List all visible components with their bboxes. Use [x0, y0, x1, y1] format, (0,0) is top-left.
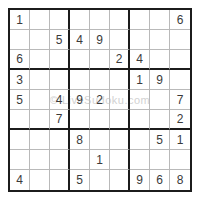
cell-r2c6[interactable] — [110, 30, 130, 50]
cell-r5c8[interactable] — [150, 90, 170, 110]
cell-r9c2[interactable] — [30, 170, 50, 190]
cell-r5c4[interactable]: 9 — [70, 90, 90, 110]
cell-r2c1[interactable] — [10, 30, 30, 50]
cell-r6c7[interactable] — [130, 110, 150, 130]
cell-r1c6[interactable] — [110, 10, 130, 30]
cell-r8c4[interactable] — [70, 150, 90, 170]
cell-r6c3[interactable]: 7 — [50, 110, 70, 130]
cell-r2c8[interactable] — [150, 30, 170, 50]
cell-r2c3[interactable]: 5 — [50, 30, 70, 50]
cell-r8c3[interactable] — [50, 150, 70, 170]
cell-r8c5[interactable]: 1 — [90, 150, 110, 170]
cell-r6c1[interactable] — [10, 110, 30, 130]
cell-r6c9[interactable]: 2 — [170, 110, 190, 130]
cell-r9c5[interactable] — [90, 170, 110, 190]
cell-r4c4[interactable] — [70, 70, 90, 90]
cell-r8c9[interactable] — [170, 150, 190, 170]
cell-r6c2[interactable] — [30, 110, 50, 130]
cell-r4c6[interactable] — [110, 70, 130, 90]
cell-r8c2[interactable] — [30, 150, 50, 170]
cell-r3c2[interactable] — [30, 50, 50, 70]
cell-r5c1[interactable]: 5 — [10, 90, 30, 110]
cell-r1c4[interactable] — [70, 10, 90, 30]
sudoku-board: © LiveSudoku.com 16549624319549277285114… — [8, 8, 192, 192]
cell-r3c6[interactable]: 2 — [110, 50, 130, 70]
cell-r4c3[interactable] — [50, 70, 70, 90]
cell-r1c9[interactable]: 6 — [170, 10, 190, 30]
cell-r5c2[interactable] — [30, 90, 50, 110]
cell-r1c2[interactable] — [30, 10, 50, 30]
cell-r7c3[interactable] — [50, 130, 70, 150]
cell-r1c3[interactable] — [50, 10, 70, 30]
cell-r3c9[interactable] — [170, 50, 190, 70]
cell-r6c6[interactable] — [110, 110, 130, 130]
cell-r7c9[interactable]: 1 — [170, 130, 190, 150]
cell-r2c4[interactable]: 4 — [70, 30, 90, 50]
cell-r3c7[interactable]: 4 — [130, 50, 150, 70]
cell-r3c5[interactable] — [90, 50, 110, 70]
cell-r5c9[interactable]: 7 — [170, 90, 190, 110]
cell-r1c8[interactable] — [150, 10, 170, 30]
cell-r9c3[interactable] — [50, 170, 70, 190]
cell-r5c7[interactable] — [130, 90, 150, 110]
cell-r3c4[interactable] — [70, 50, 90, 70]
cell-r5c6[interactable] — [110, 90, 130, 110]
cell-r6c5[interactable] — [90, 110, 110, 130]
cell-r7c4[interactable]: 8 — [70, 130, 90, 150]
cell-r4c7[interactable]: 1 — [130, 70, 150, 90]
cell-r9c9[interactable]: 8 — [170, 170, 190, 190]
cell-r2c9[interactable] — [170, 30, 190, 50]
cell-r7c7[interactable] — [130, 130, 150, 150]
cell-r4c9[interactable] — [170, 70, 190, 90]
cell-r5c3[interactable]: 4 — [50, 90, 70, 110]
cell-r1c5[interactable] — [90, 10, 110, 30]
cell-r9c1[interactable]: 4 — [10, 170, 30, 190]
cell-r3c1[interactable]: 6 — [10, 50, 30, 70]
cell-r7c5[interactable] — [90, 130, 110, 150]
cell-r4c5[interactable] — [90, 70, 110, 90]
cell-r7c1[interactable] — [10, 130, 30, 150]
cell-r8c1[interactable] — [10, 150, 30, 170]
cell-r6c4[interactable] — [70, 110, 90, 130]
cell-r2c7[interactable] — [130, 30, 150, 50]
cell-r4c8[interactable]: 9 — [150, 70, 170, 90]
cell-r1c1[interactable]: 1 — [10, 10, 30, 30]
cell-r6c8[interactable] — [150, 110, 170, 130]
cell-r7c8[interactable]: 5 — [150, 130, 170, 150]
cell-r9c7[interactable]: 9 — [130, 170, 150, 190]
cell-r2c2[interactable] — [30, 30, 50, 50]
cell-r4c1[interactable]: 3 — [10, 70, 30, 90]
cell-r9c6[interactable] — [110, 170, 130, 190]
cell-r3c8[interactable] — [150, 50, 170, 70]
cell-r8c6[interactable] — [110, 150, 130, 170]
cell-r4c2[interactable] — [30, 70, 50, 90]
cell-r3c3[interactable] — [50, 50, 70, 70]
cell-r5c5[interactable]: 2 — [90, 90, 110, 110]
cell-r7c6[interactable] — [110, 130, 130, 150]
cell-r9c4[interactable]: 5 — [70, 170, 90, 190]
cell-r8c7[interactable] — [130, 150, 150, 170]
cell-r8c8[interactable] — [150, 150, 170, 170]
cell-r2c5[interactable]: 9 — [90, 30, 110, 50]
page: © LiveSudoku.com 16549624319549277285114… — [0, 0, 200, 200]
cell-r7c2[interactable] — [30, 130, 50, 150]
cell-r9c8[interactable]: 6 — [150, 170, 170, 190]
cell-r1c7[interactable] — [130, 10, 150, 30]
